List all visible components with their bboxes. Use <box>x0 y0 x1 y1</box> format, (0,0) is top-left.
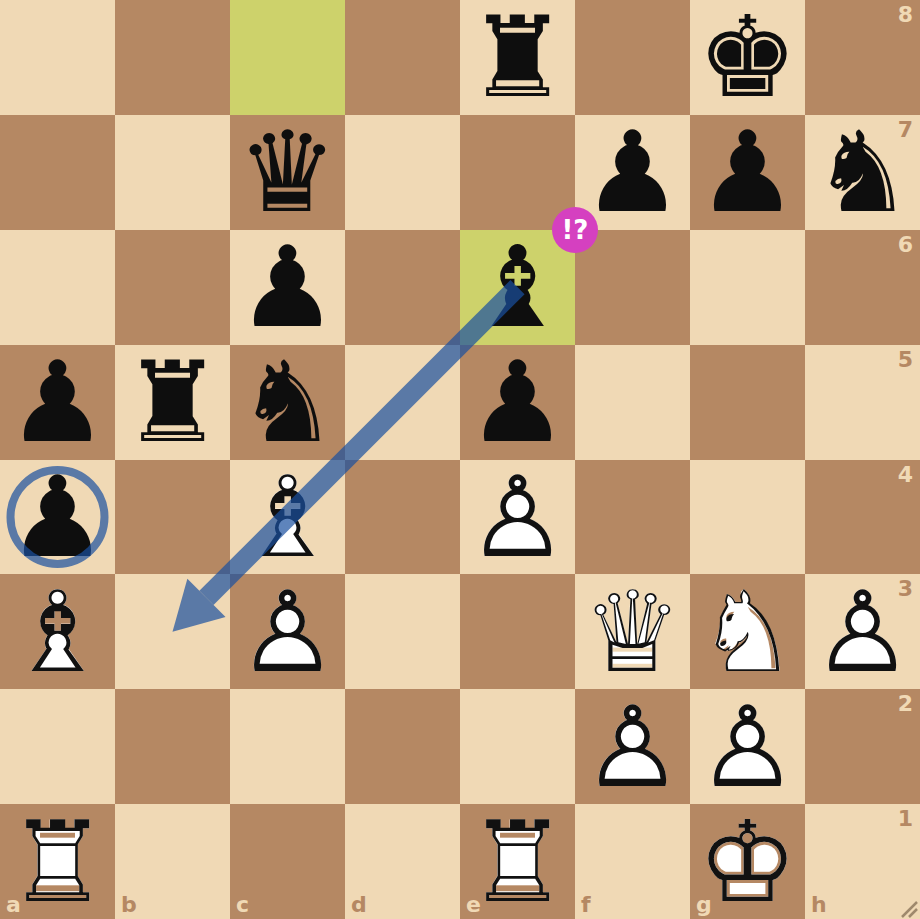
square-d4[interactable] <box>345 460 460 575</box>
square-h4[interactable]: 4 <box>805 460 920 575</box>
square-b2[interactable] <box>115 689 230 804</box>
square-f2[interactable]: ♟♙ <box>575 689 690 804</box>
white-pawn-outline-glyph: ♙ <box>467 461 567 573</box>
white-pawn-outline-glyph: ♙ <box>237 576 337 688</box>
chess-board[interactable]: !? ♜♚8♛♟♟7♞♟♝6♟♜♞♟5♟♝♗♟♙4♝♗♟♙♛♕♞♘3♟♙♟♙♟♙… <box>0 0 920 919</box>
square-f6[interactable] <box>575 230 690 345</box>
coord-rank-6: 6 <box>898 234 913 256</box>
square-c8[interactable] <box>230 0 345 115</box>
square-h5[interactable]: 5 <box>805 345 920 460</box>
square-a3[interactable]: ♝♗ <box>0 574 115 689</box>
square-d3[interactable] <box>345 574 460 689</box>
white-rook-outline-glyph: ♖ <box>467 806 567 918</box>
piece-black-queen-c7[interactable]: ♛ <box>230 115 345 230</box>
square-e4[interactable]: ♟♙ <box>460 460 575 575</box>
black-queen-glyph: ♛ <box>237 116 337 228</box>
piece-black-bishop-e6[interactable]: ♝ <box>460 230 575 345</box>
square-f8[interactable] <box>575 0 690 115</box>
coord-file-h: h <box>811 894 827 916</box>
white-pawn-outline-glyph: ♙ <box>582 691 682 803</box>
piece-black-knight-c5[interactable]: ♞ <box>230 345 345 460</box>
piece-white-queen-f3[interactable]: ♛♕ <box>575 574 690 689</box>
square-c7[interactable]: ♛ <box>230 115 345 230</box>
black-pawn-glyph: ♟ <box>467 346 567 458</box>
square-a7[interactable] <box>0 115 115 230</box>
piece-black-pawn-a4[interactable]: ♟ <box>0 460 115 575</box>
square-h8[interactable]: 8 <box>805 0 920 115</box>
square-a2[interactable] <box>0 689 115 804</box>
coord-file-b: b <box>121 894 137 916</box>
white-bishop-outline-glyph: ♗ <box>237 461 337 573</box>
square-a5[interactable]: ♟ <box>0 345 115 460</box>
black-pawn-glyph: ♟ <box>7 461 107 573</box>
piece-white-rook-e1[interactable]: ♜♖ <box>460 804 575 919</box>
black-rook-glyph: ♜ <box>467 1 567 113</box>
piece-black-pawn-e5[interactable]: ♟ <box>460 345 575 460</box>
square-a4[interactable]: ♟ <box>0 460 115 575</box>
piece-white-bishop-c4[interactable]: ♝♗ <box>230 460 345 575</box>
square-g4[interactable] <box>690 460 805 575</box>
coord-rank-5: 5 <box>898 349 913 371</box>
square-g5[interactable] <box>690 345 805 460</box>
white-knight-outline-glyph: ♘ <box>697 576 797 688</box>
square-b7[interactable] <box>115 115 230 230</box>
white-bishop-outline-glyph: ♗ <box>7 576 107 688</box>
black-pawn-glyph: ♟ <box>237 231 337 343</box>
square-a8[interactable] <box>0 0 115 115</box>
square-d6[interactable] <box>345 230 460 345</box>
square-e6[interactable]: ♝ <box>460 230 575 345</box>
piece-white-pawn-f2[interactable]: ♟♙ <box>575 689 690 804</box>
square-c6[interactable]: ♟ <box>230 230 345 345</box>
move-assessment-badge: !? <box>552 207 598 253</box>
black-pawn-glyph: ♟ <box>7 346 107 458</box>
piece-black-rook-b5[interactable]: ♜ <box>115 345 230 460</box>
white-queen-outline-glyph: ♕ <box>582 576 682 688</box>
square-b1[interactable]: b <box>115 804 230 919</box>
piece-white-knight-g3[interactable]: ♞♘ <box>690 574 805 689</box>
square-g3[interactable]: ♞♘ <box>690 574 805 689</box>
square-f7[interactable]: ♟ <box>575 115 690 230</box>
square-e8[interactable]: ♜ <box>460 0 575 115</box>
square-e5[interactable]: ♟ <box>460 345 575 460</box>
square-e1[interactable]: e♜♖ <box>460 804 575 919</box>
square-b6[interactable] <box>115 230 230 345</box>
square-c1[interactable]: c <box>230 804 345 919</box>
piece-white-pawn-h3[interactable]: ♟♙ <box>805 574 920 689</box>
white-rook-outline-glyph: ♖ <box>7 806 107 918</box>
piece-black-knight-h7[interactable]: ♞ <box>805 115 920 230</box>
square-c3[interactable]: ♟♙ <box>230 574 345 689</box>
square-f3[interactable]: ♛♕ <box>575 574 690 689</box>
square-f4[interactable] <box>575 460 690 575</box>
square-g2[interactable]: ♟♙ <box>690 689 805 804</box>
square-d7[interactable] <box>345 115 460 230</box>
square-b5[interactable]: ♜ <box>115 345 230 460</box>
square-a1[interactable]: a♜♖ <box>0 804 115 919</box>
square-a6[interactable] <box>0 230 115 345</box>
square-e7[interactable] <box>460 115 575 230</box>
square-f1[interactable]: f <box>575 804 690 919</box>
black-pawn-glyph: ♟ <box>697 116 797 228</box>
square-c5[interactable]: ♞ <box>230 345 345 460</box>
piece-black-king-g8[interactable]: ♚ <box>690 0 805 115</box>
piece-black-pawn-f7[interactable]: ♟ <box>575 115 690 230</box>
square-h7[interactable]: 7♞ <box>805 115 920 230</box>
black-knight-glyph: ♞ <box>812 116 912 228</box>
coord-file-d: d <box>351 894 367 916</box>
piece-black-pawn-c6[interactable]: ♟ <box>230 230 345 345</box>
square-b3[interactable] <box>115 574 230 689</box>
piece-white-pawn-g2[interactable]: ♟♙ <box>690 689 805 804</box>
piece-white-bishop-a3[interactable]: ♝♗ <box>0 574 115 689</box>
piece-black-pawn-g7[interactable]: ♟ <box>690 115 805 230</box>
square-g6[interactable] <box>690 230 805 345</box>
square-g1[interactable]: g♚♔ <box>690 804 805 919</box>
white-pawn-outline-glyph: ♙ <box>697 691 797 803</box>
square-e3[interactable] <box>460 574 575 689</box>
square-g8[interactable]: ♚ <box>690 0 805 115</box>
black-knight-glyph: ♞ <box>237 346 337 458</box>
square-e2[interactable] <box>460 689 575 804</box>
square-h1[interactable]: 1h <box>805 804 920 919</box>
black-bishop-glyph: ♝ <box>467 231 567 343</box>
square-b4[interactable] <box>115 460 230 575</box>
coord-file-c: c <box>236 894 249 916</box>
black-king-glyph: ♚ <box>697 1 797 113</box>
piece-white-pawn-e4[interactable]: ♟♙ <box>460 460 575 575</box>
square-d5[interactable] <box>345 345 460 460</box>
black-rook-glyph: ♜ <box>122 346 222 458</box>
square-h3[interactable]: 3♟♙ <box>805 574 920 689</box>
coord-file-f: f <box>581 894 591 916</box>
white-pawn-outline-glyph: ♙ <box>812 576 912 688</box>
piece-white-king-g1[interactable]: ♚♔ <box>690 804 805 919</box>
piece-black-pawn-a5[interactable]: ♟ <box>0 345 115 460</box>
square-h6[interactable]: 6 <box>805 230 920 345</box>
square-c4[interactable]: ♝♗ <box>230 460 345 575</box>
square-b8[interactable] <box>115 0 230 115</box>
square-d8[interactable] <box>345 0 460 115</box>
piece-white-pawn-c3[interactable]: ♟♙ <box>230 574 345 689</box>
square-h2[interactable]: 2 <box>805 689 920 804</box>
piece-white-rook-a1[interactable]: ♜♖ <box>0 804 115 919</box>
square-d2[interactable] <box>345 689 460 804</box>
square-c2[interactable] <box>230 689 345 804</box>
black-pawn-glyph: ♟ <box>582 116 682 228</box>
coord-rank-4: 4 <box>898 464 913 486</box>
coord-rank-1: 1 <box>898 808 913 830</box>
square-g7[interactable]: ♟ <box>690 115 805 230</box>
square-d1[interactable]: d <box>345 804 460 919</box>
coord-rank-8: 8 <box>898 4 913 26</box>
square-f5[interactable] <box>575 345 690 460</box>
white-king-outline-glyph: ♔ <box>697 806 797 918</box>
piece-black-rook-e8[interactable]: ♜ <box>460 0 575 115</box>
